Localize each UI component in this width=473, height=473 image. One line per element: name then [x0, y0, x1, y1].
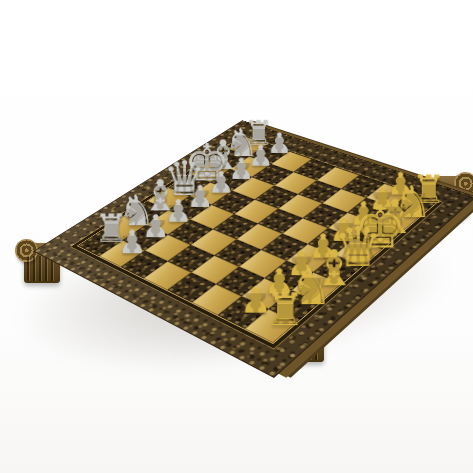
piece-silver-pawn: ♟: [116, 226, 149, 258]
square-r4c4: [213, 214, 258, 239]
chess-set-photo: ♜♞♝♛♚♝♞♜♟♟♟♟♟♟♟♟♟♟♟♟♟♟♟♟♜♞♝♛♚♝♞♜: [0, 0, 473, 473]
piece-gold-rook: ♜: [265, 288, 303, 333]
